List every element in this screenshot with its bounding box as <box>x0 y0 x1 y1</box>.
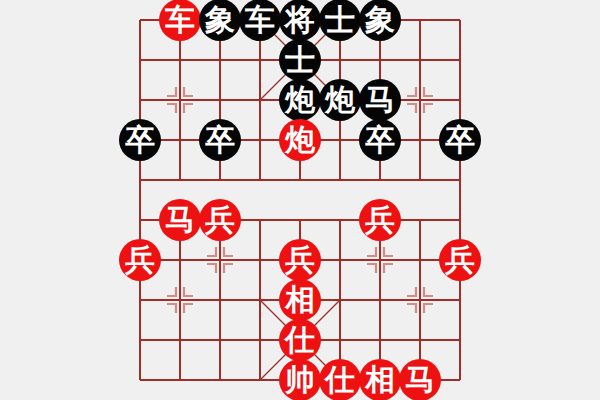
piece-red-soldier[interactable]: 兵 <box>119 239 161 281</box>
xiangqi-board[interactable]: 车象车将士象士炮炮马卒卒炮卒卒马兵兵兵兵兵相仕帅仕相马 <box>0 0 600 400</box>
piece-black-advisor[interactable]: 士 <box>279 39 321 81</box>
piece-red-soldier[interactable]: 兵 <box>439 239 481 281</box>
piece-red-elephant[interactable]: 相 <box>359 359 401 400</box>
piece-red-elephant[interactable]: 相 <box>279 279 321 321</box>
piece-red-horse[interactable]: 马 <box>159 199 201 241</box>
piece-black-cannon[interactable]: 炮 <box>319 79 361 121</box>
piece-black-soldier[interactable]: 卒 <box>119 119 161 161</box>
piece-red-general[interactable]: 帅 <box>279 359 321 400</box>
piece-red-chariot[interactable]: 车 <box>159 0 201 41</box>
piece-black-soldier[interactable]: 卒 <box>199 119 241 161</box>
piece-red-horse[interactable]: 马 <box>399 359 441 400</box>
pieces-layer: 车象车将士象士炮炮马卒卒炮卒卒马兵兵兵兵兵相仕帅仕相马 <box>0 0 600 400</box>
piece-red-soldier[interactable]: 兵 <box>359 199 401 241</box>
piece-red-soldier[interactable]: 兵 <box>279 239 321 281</box>
piece-black-chariot[interactable]: 车 <box>239 0 281 41</box>
piece-red-soldier[interactable]: 兵 <box>199 199 241 241</box>
piece-red-advisor[interactable]: 仕 <box>319 359 361 400</box>
piece-black-horse[interactable]: 马 <box>359 79 401 121</box>
piece-black-soldier[interactable]: 卒 <box>439 119 481 161</box>
piece-black-general[interactable]: 将 <box>279 0 321 41</box>
piece-black-elephant[interactable]: 象 <box>359 0 401 41</box>
piece-black-elephant[interactable]: 象 <box>199 0 241 41</box>
piece-black-advisor[interactable]: 士 <box>319 0 361 41</box>
piece-black-soldier[interactable]: 卒 <box>359 119 401 161</box>
piece-red-cannon[interactable]: 炮 <box>279 119 321 161</box>
piece-black-cannon[interactable]: 炮 <box>279 79 321 121</box>
piece-red-advisor[interactable]: 仕 <box>279 319 321 361</box>
